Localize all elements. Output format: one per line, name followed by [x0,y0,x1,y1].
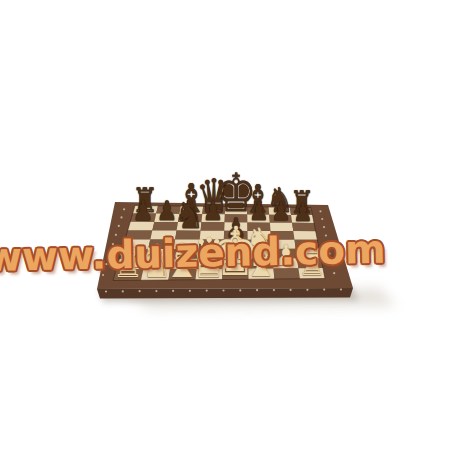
sensor-dot [105,290,107,292]
sensor-dot [323,226,325,228]
sensor-dot [155,290,157,292]
sensor-dot [340,288,342,290]
watermark-text: www.duizend.com [0,233,386,280]
product-photo: ♜♝♛♚♝♞♜♟♟♟♟♟♟♟♞♟♟♞♟♟♟♟♟♟♟♜♞♝♛♚♝♜ www.dui… [0,0,458,458]
watermark: www.duizend.com [0,233,388,285]
sensor-dot [206,290,208,292]
sensor-dot [120,216,122,218]
sensor-dot [321,218,323,220]
sensor-dot [319,210,321,212]
sensor-dot [123,208,125,210]
sensor-dot [122,290,124,292]
sensor-dot [172,290,174,292]
sensor-dot [273,289,275,291]
sensor-dot [323,289,325,291]
sensor-dot [290,289,292,291]
black-pawn-a7[interactable]: ♟ [132,196,154,223]
sensor-dot [306,289,308,291]
black-pawn-h7[interactable]: ♟ [293,200,313,225]
sensor-dot [139,290,141,292]
sensor-dot [189,290,191,292]
sensor-dot [118,225,120,227]
